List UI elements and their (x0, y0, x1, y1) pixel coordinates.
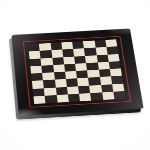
board-square (56, 94, 68, 102)
board-square (33, 96, 45, 104)
product-photo-background (0, 0, 150, 150)
board-square (113, 91, 126, 99)
chess-board (11, 28, 143, 116)
board-scene (15, 10, 137, 132)
board-square (45, 95, 57, 103)
board-grid (28, 39, 126, 104)
board-square (68, 94, 80, 102)
